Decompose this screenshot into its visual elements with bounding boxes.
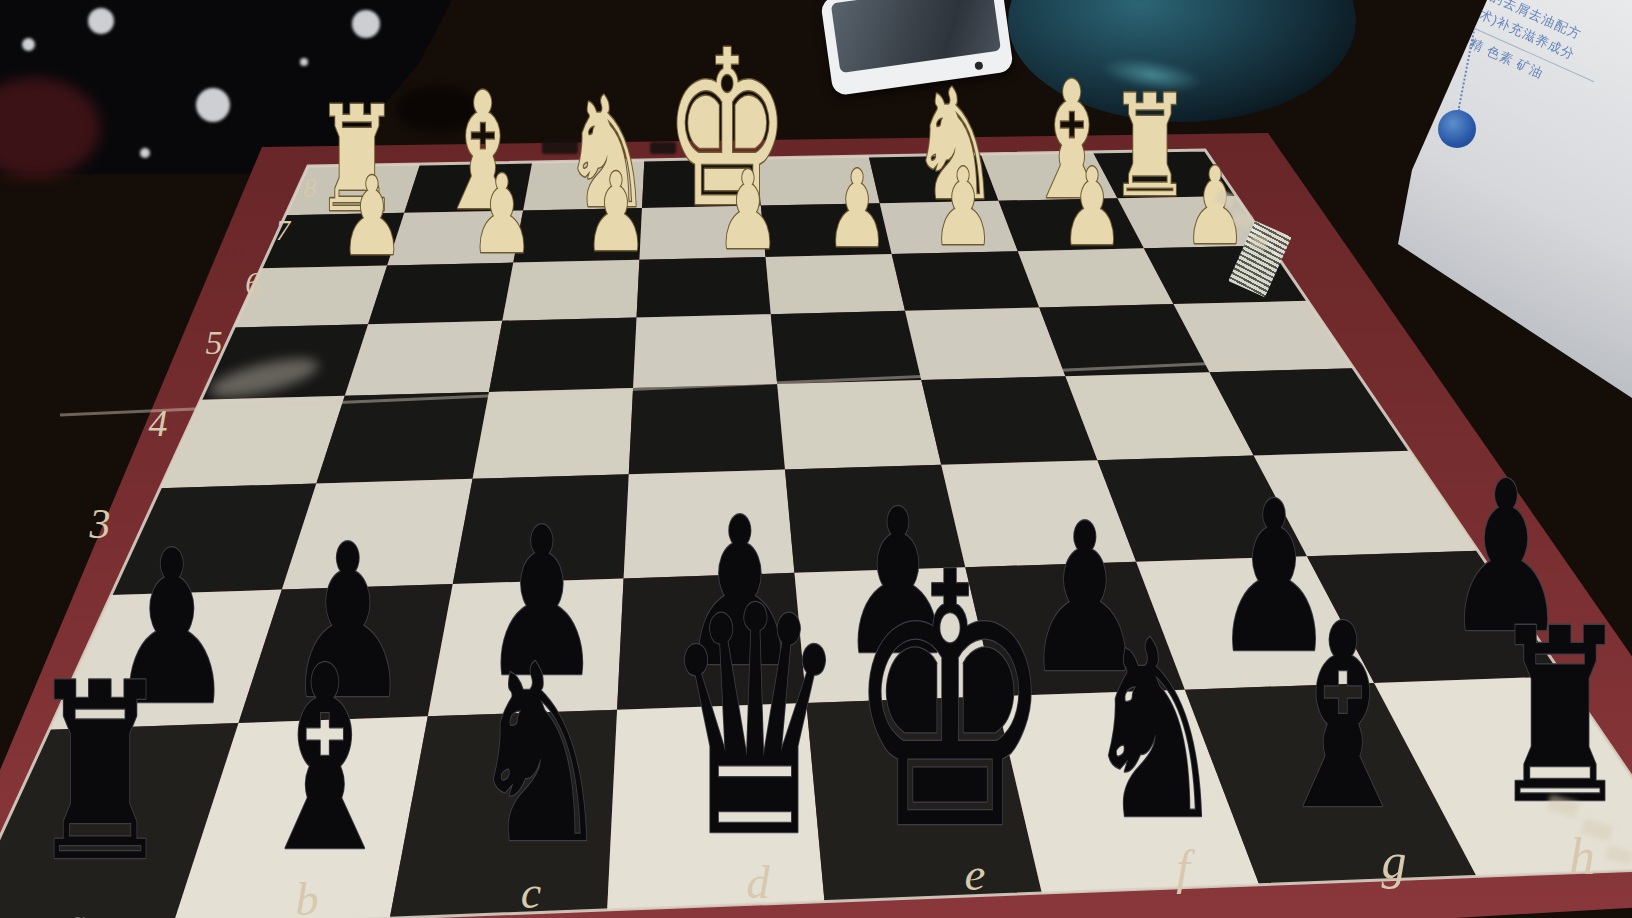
square-f5	[905, 307, 1065, 380]
square-d5	[633, 314, 777, 388]
piece-white-pawn-d7: ♟	[716, 148, 780, 274]
square-d4	[629, 384, 785, 474]
piece-white-pawn-f7: ♟	[932, 146, 995, 269]
piece-white-pawn-a7: ♟	[340, 154, 404, 280]
square-b5	[345, 321, 503, 396]
piece-black-queen-d1: ♛	[662, 539, 848, 906]
piece-white-pawn-c7: ♟	[584, 150, 648, 276]
piece-white-pawn-g7: ♟	[1061, 146, 1124, 269]
square-b4	[316, 392, 489, 484]
square-e5	[771, 311, 922, 384]
piece-black-knight-f1: ♞	[1083, 588, 1228, 874]
scene: 创新植物的去屑去油配方 (PBS 技术)补充滋养成分 不添加香精 色素 矿油 8…	[0, 0, 1632, 918]
border-print-smudge	[542, 139, 578, 154]
piece-white-pawn-b7: ♟	[470, 152, 534, 278]
piece-black-bishop-b1: ♝	[250, 611, 401, 908]
piece-white-pawn-e7: ♟	[826, 148, 889, 271]
piece-black-rook-a1: ♜	[28, 630, 173, 916]
rank-label-7: 7	[276, 214, 292, 246]
piece-black-bishop-g1: ♝	[1268, 569, 1419, 866]
piece-black-knight-c1: ♞	[468, 612, 613, 898]
rank-label-4: 4	[149, 402, 168, 444]
square-e4	[777, 380, 941, 469]
piece-white-pawn-h7: ♟	[1184, 145, 1247, 268]
square-c5	[489, 317, 637, 391]
rank-label-3: 3	[89, 501, 111, 547]
rank-label-6: 6	[245, 266, 261, 301]
piece-black-king-e1: ♚	[846, 499, 1053, 906]
rank-label-5: 5	[206, 324, 223, 361]
piece-black-rook-h1: ♜	[1489, 577, 1631, 857]
border-print-smudge	[650, 142, 676, 154]
chessboard: 876543abcdefgh♜♝♞♚♞♝♜♟♟♟♟♟♟♟♟♟♟♟♟♟♟♟♟♜♝♞…	[0, 0, 1632, 918]
square-c4	[473, 388, 634, 479]
